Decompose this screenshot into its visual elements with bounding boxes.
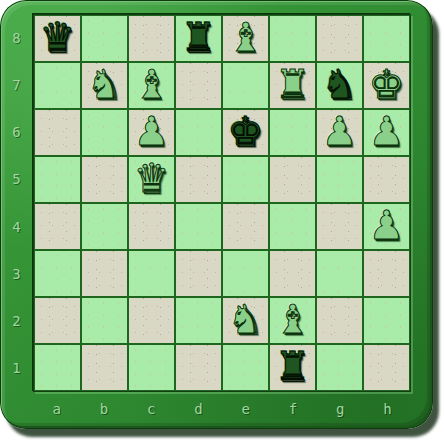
black-king-e6[interactable]: ♚ xyxy=(228,109,264,154)
white-pawn-c6[interactable]: ♟ xyxy=(134,109,170,154)
square-f7[interactable]: ♜ xyxy=(269,62,316,109)
square-f6[interactable] xyxy=(269,109,316,156)
square-h2[interactable] xyxy=(363,297,410,344)
file-label-f: f xyxy=(269,394,316,424)
rank-label-2: 2 xyxy=(2,298,31,345)
file-label-h: h xyxy=(364,394,411,424)
white-bishop-c7[interactable]: ♝ xyxy=(134,62,170,107)
square-h7[interactable]: ♚ xyxy=(363,62,410,109)
square-e6[interactable]: ♚ xyxy=(222,109,269,156)
black-rook-f1[interactable]: ♜ xyxy=(275,344,311,389)
square-g7[interactable]: ♞ xyxy=(316,62,363,109)
white-pawn-g6[interactable]: ♟ xyxy=(322,109,358,154)
white-pawn-h4[interactable]: ♟ xyxy=(369,203,405,248)
square-b4[interactable] xyxy=(81,203,128,250)
square-a7[interactable] xyxy=(34,62,81,109)
white-king-h7[interactable]: ♚ xyxy=(369,62,405,107)
file-label-d: d xyxy=(175,394,222,424)
square-c8[interactable] xyxy=(128,15,175,62)
square-e4[interactable] xyxy=(222,203,269,250)
square-d3[interactable] xyxy=(175,250,222,297)
square-c2[interactable] xyxy=(128,297,175,344)
file-label-c: c xyxy=(128,394,175,424)
square-b1[interactable] xyxy=(81,344,128,391)
square-b5[interactable] xyxy=(81,156,128,203)
square-g3[interactable] xyxy=(316,250,363,297)
square-g1[interactable] xyxy=(316,344,363,391)
chess-app-window: 87654321 ♛♜♝♞♝♜♞♚♟♚♟♟♛♟♞♝♜ abcdefgh xyxy=(0,0,444,442)
square-a2[interactable] xyxy=(34,297,81,344)
square-b2[interactable] xyxy=(81,297,128,344)
black-rook-d8[interactable]: ♜ xyxy=(181,15,217,60)
rank-label-3: 3 xyxy=(2,250,31,297)
square-c6[interactable]: ♟ xyxy=(128,109,175,156)
square-a8[interactable]: ♛ xyxy=(34,15,81,62)
square-d6[interactable] xyxy=(175,109,222,156)
black-knight-g7[interactable]: ♞ xyxy=(322,62,358,107)
rank-label-6: 6 xyxy=(2,109,31,156)
square-a6[interactable] xyxy=(34,109,81,156)
square-e8[interactable]: ♝ xyxy=(222,15,269,62)
file-label-g: g xyxy=(317,394,364,424)
square-a4[interactable] xyxy=(34,203,81,250)
square-b8[interactable] xyxy=(81,15,128,62)
square-c7[interactable]: ♝ xyxy=(128,62,175,109)
square-d2[interactable] xyxy=(175,297,222,344)
file-label-a: a xyxy=(33,394,80,424)
square-a1[interactable] xyxy=(34,344,81,391)
square-c4[interactable] xyxy=(128,203,175,250)
square-d1[interactable] xyxy=(175,344,222,391)
black-queen-a8[interactable]: ♛ xyxy=(40,15,76,60)
white-bishop-e8[interactable]: ♝ xyxy=(228,15,264,60)
square-h3[interactable] xyxy=(363,250,410,297)
square-h1[interactable] xyxy=(363,344,410,391)
square-f1[interactable]: ♜ xyxy=(269,344,316,391)
square-c3[interactable] xyxy=(128,250,175,297)
square-g8[interactable] xyxy=(316,15,363,62)
square-d4[interactable] xyxy=(175,203,222,250)
white-rook-f7[interactable]: ♜ xyxy=(275,62,311,107)
white-queen-c5[interactable]: ♛ xyxy=(134,156,170,201)
white-bishop-f2[interactable]: ♝ xyxy=(275,297,311,342)
square-h4[interactable]: ♟ xyxy=(363,203,410,250)
rank-label-7: 7 xyxy=(2,61,31,108)
square-f3[interactable] xyxy=(269,250,316,297)
square-f4[interactable] xyxy=(269,203,316,250)
square-g4[interactable] xyxy=(316,203,363,250)
square-f2[interactable]: ♝ xyxy=(269,297,316,344)
rank-label-1: 1 xyxy=(2,345,31,392)
square-e2[interactable]: ♞ xyxy=(222,297,269,344)
square-d7[interactable] xyxy=(175,62,222,109)
square-d8[interactable]: ♜ xyxy=(175,15,222,62)
square-h6[interactable]: ♟ xyxy=(363,109,410,156)
file-labels: abcdefgh xyxy=(33,394,411,424)
square-e7[interactable] xyxy=(222,62,269,109)
square-g2[interactable] xyxy=(316,297,363,344)
rank-label-4: 4 xyxy=(2,203,31,250)
rank-labels: 87654321 xyxy=(2,14,31,392)
board-frame: 87654321 ♛♜♝♞♝♜♞♚♟♚♟♟♛♟♞♝♜ abcdefgh xyxy=(0,0,433,429)
square-h8[interactable] xyxy=(363,15,410,62)
white-pawn-h6[interactable]: ♟ xyxy=(369,109,405,154)
square-e1[interactable] xyxy=(222,344,269,391)
square-c5[interactable]: ♛ xyxy=(128,156,175,203)
file-label-b: b xyxy=(80,394,127,424)
square-a3[interactable] xyxy=(34,250,81,297)
rank-label-8: 8 xyxy=(2,14,31,61)
square-f8[interactable] xyxy=(269,15,316,62)
square-b3[interactable] xyxy=(81,250,128,297)
square-e5[interactable] xyxy=(222,156,269,203)
white-knight-e2[interactable]: ♞ xyxy=(228,297,264,342)
square-b6[interactable] xyxy=(81,109,128,156)
square-g6[interactable]: ♟ xyxy=(316,109,363,156)
square-c1[interactable] xyxy=(128,344,175,391)
white-knight-b7[interactable]: ♞ xyxy=(87,62,123,107)
square-e3[interactable] xyxy=(222,250,269,297)
square-d5[interactable] xyxy=(175,156,222,203)
square-g5[interactable] xyxy=(316,156,363,203)
board-grid: ♛♜♝♞♝♜♞♚♟♚♟♟♛♟♞♝♜ xyxy=(33,14,411,392)
square-b7[interactable]: ♞ xyxy=(81,62,128,109)
square-f5[interactable] xyxy=(269,156,316,203)
rank-label-5: 5 xyxy=(2,156,31,203)
square-a5[interactable] xyxy=(34,156,81,203)
square-h5[interactable] xyxy=(363,156,410,203)
file-label-e: e xyxy=(222,394,269,424)
